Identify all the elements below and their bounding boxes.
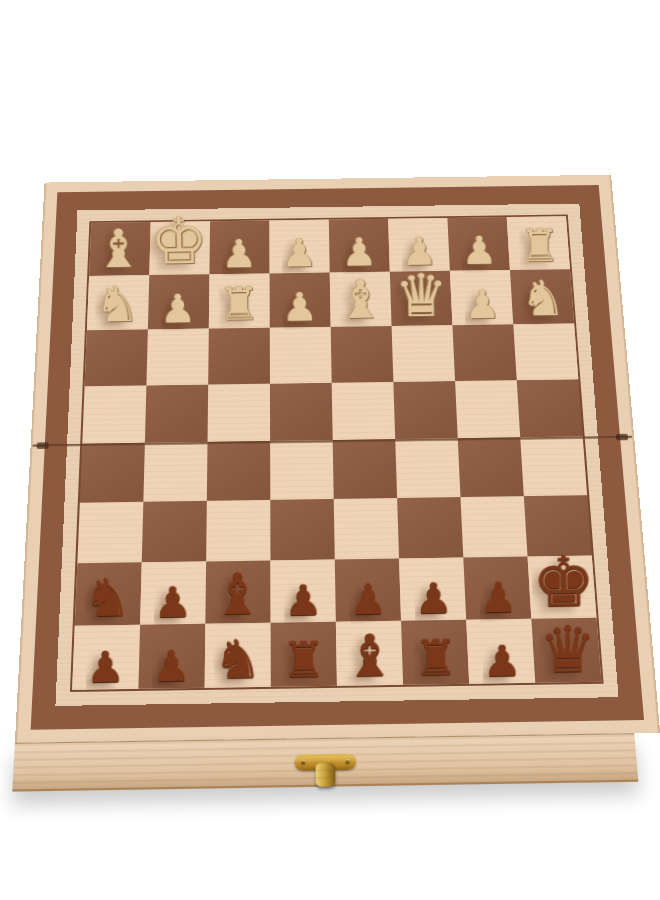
- chess-piece-dark-Q[interactable]: ♛: [539, 619, 597, 681]
- chess-piece-light-B[interactable]: ♝: [337, 274, 385, 325]
- playing-area: ♝♚♟♟♟♟♟♜♞♟♜♟♝♛♟♞♞♟♝♟♟♟♟♚♟♟♞♜♝♜♟♛: [70, 215, 604, 692]
- board-square[interactable]: ♚: [149, 221, 210, 275]
- board-square[interactable]: [513, 323, 578, 380]
- board-square[interactable]: ♟: [269, 220, 329, 274]
- chess-piece-light-P[interactable]: ♟: [160, 290, 196, 328]
- board-square[interactable]: ♟: [148, 274, 210, 329]
- board-square[interactable]: [333, 439, 397, 499]
- chess-piece-light-P[interactable]: ♟: [462, 232, 497, 269]
- board-square[interactable]: [517, 379, 583, 437]
- chess-piece-light-B[interactable]: ♝: [95, 224, 143, 274]
- board-square[interactable]: ♟: [463, 557, 531, 620]
- board-square[interactable]: [393, 381, 457, 439]
- board-square[interactable]: ♜: [209, 273, 270, 328]
- board-square[interactable]: [270, 440, 334, 500]
- board-square[interactable]: [142, 501, 207, 563]
- chess-piece-light-N[interactable]: ♞: [95, 281, 140, 328]
- chess-piece-dark-P[interactable]: ♟: [152, 645, 191, 686]
- chess-piece-light-P[interactable]: ♟: [282, 234, 317, 271]
- clasp-screw-right: [345, 759, 351, 765]
- chess-piece-dark-N[interactable]: ♞: [83, 573, 131, 624]
- board-square[interactable]: [392, 325, 455, 382]
- chess-piece-dark-P[interactable]: ♟: [153, 582, 191, 623]
- board-square[interactable]: [334, 498, 399, 559]
- board-square[interactable]: ♟: [450, 270, 513, 325]
- board-square[interactable]: [207, 441, 270, 501]
- chess-piece-light-N[interactable]: ♞: [521, 275, 566, 322]
- board-square[interactable]: ♜: [271, 622, 337, 687]
- board-square[interactable]: [82, 385, 146, 443]
- board-square[interactable]: ♝: [330, 272, 392, 327]
- chess-piece-light-R[interactable]: ♜: [519, 225, 560, 268]
- chess-piece-light-K[interactable]: ♚: [150, 212, 208, 274]
- chess-piece-dark-P[interactable]: ♟: [479, 577, 517, 617]
- board-square[interactable]: ♟: [466, 619, 535, 684]
- board-square[interactable]: [80, 443, 145, 503]
- chess-piece-dark-P[interactable]: ♟: [414, 578, 452, 619]
- box-front-apron: [12, 733, 638, 792]
- board-square[interactable]: [77, 502, 143, 564]
- board-square[interactable]: [395, 438, 460, 498]
- chess-piece-dark-B[interactable]: ♝: [343, 628, 395, 683]
- board-square[interactable]: [397, 497, 463, 558]
- board-frame-band: ♝♚♟♟♟♟♟♜♞♟♜♟♝♛♟♞♞♟♝♟♟♟♟♚♟♟♞♜♝♜♟♛: [31, 185, 644, 730]
- board-square[interactable]: ♟: [270, 559, 335, 622]
- board-square[interactable]: [146, 329, 208, 386]
- board-square[interactable]: ♟: [209, 220, 269, 274]
- board-square[interactable]: [270, 383, 333, 441]
- chess-piece-light-P[interactable]: ♟: [282, 288, 318, 326]
- chess-piece-light-Q[interactable]: ♛: [395, 267, 449, 324]
- chess-piece-dark-K[interactable]: ♚: [532, 550, 595, 617]
- board-square[interactable]: ♞: [75, 562, 142, 625]
- board-square[interactable]: ♟: [399, 558, 466, 621]
- chess-piece-dark-P[interactable]: ♟: [482, 640, 521, 681]
- board-square[interactable]: ♞: [205, 623, 271, 688]
- board-square[interactable]: [270, 499, 334, 561]
- clasp-knob: [316, 763, 336, 787]
- chess-piece-light-P[interactable]: ♟: [222, 235, 257, 272]
- board-square[interactable]: ♟: [447, 217, 510, 271]
- chess-piece-light-R[interactable]: ♜: [218, 283, 259, 326]
- board-square[interactable]: ♝: [205, 560, 270, 623]
- board-square[interactable]: ♟: [140, 561, 206, 624]
- board-square[interactable]: [332, 382, 396, 440]
- board-inner-margin: ♝♚♟♟♟♟♟♜♞♟♜♟♝♛♟♞♞♟♝♟♟♟♟♚♟♟♞♜♝♜♟♛: [55, 204, 618, 706]
- board-square[interactable]: [455, 380, 520, 438]
- board-square[interactable]: ♝: [89, 222, 151, 276]
- board-square[interactable]: [458, 437, 524, 497]
- board-square[interactable]: ♛: [531, 618, 601, 683]
- board-square[interactable]: [452, 324, 516, 381]
- chess-piece-dark-P[interactable]: ♟: [349, 579, 387, 620]
- board-square[interactable]: ♞: [510, 269, 574, 324]
- photo-background: ♝♚♟♟♟♟♟♜♞♟♜♟♝♛♟♞♞♟♝♟♟♟♟♚♟♟♞♜♝♜♟♛: [0, 0, 660, 900]
- board-square[interactable]: [520, 436, 587, 496]
- board-square[interactable]: [331, 326, 394, 383]
- board-square[interactable]: ♞: [87, 275, 149, 330]
- chess-piece-dark-P[interactable]: ♟: [284, 580, 322, 621]
- chess-set-scene: ♝♚♟♟♟♟♟♜♞♟♜♟♝♛♟♞♞♟♝♟♟♟♟♚♟♟♞♜♝♜♟♛: [33, 146, 627, 846]
- board-square[interactable]: [460, 496, 527, 557]
- chess-piece-dark-B[interactable]: ♝: [212, 567, 264, 622]
- board-square[interactable]: [206, 500, 270, 562]
- board-square[interactable]: ♟: [138, 624, 205, 689]
- board-square[interactable]: ♜: [507, 216, 570, 270]
- board-square[interactable]: [208, 328, 270, 385]
- board-square[interactable]: [143, 442, 207, 502]
- board-square[interactable]: ♟: [270, 273, 331, 328]
- clasp-plate: [295, 754, 356, 771]
- chess-piece-dark-N[interactable]: ♞: [213, 634, 262, 685]
- board-square[interactable]: ♝: [336, 621, 403, 686]
- board: ♝♚♟♟♟♟♟♜♞♟♜♟♝♛♟♞♞♟♝♟♟♟♟♚♟♟♞♜♝♜♟♛: [15, 175, 660, 743]
- chess-piece-light-P[interactable]: ♟: [342, 233, 377, 270]
- board-square[interactable]: [270, 327, 332, 384]
- board-square[interactable]: ♚: [528, 556, 597, 619]
- board-square[interactable]: ♛: [390, 271, 453, 326]
- chess-piece-dark-P[interactable]: ♟: [86, 646, 125, 687]
- clasp-screw-left: [300, 760, 305, 766]
- board-square[interactable]: ♜: [401, 620, 469, 685]
- board-square[interactable]: ♟: [335, 559, 401, 622]
- board-square[interactable]: [145, 384, 208, 442]
- board-square[interactable]: ♟: [72, 625, 140, 690]
- chess-piece-dark-R[interactable]: ♜: [281, 637, 326, 684]
- folding-chess-board: ♝♚♟♟♟♟♟♜♞♟♜♟♝♛♟♞♞♟♝♟♟♟♟♚♟♟♞♜♝♜♟♛: [12, 175, 660, 792]
- board-square[interactable]: [85, 329, 148, 386]
- board-square[interactable]: ♟: [329, 219, 390, 273]
- brass-clasp: [295, 754, 356, 792]
- board-square[interactable]: [208, 384, 271, 442]
- chess-piece-dark-R[interactable]: ♜: [413, 635, 458, 682]
- chess-piece-light-P[interactable]: ♟: [465, 285, 501, 323]
